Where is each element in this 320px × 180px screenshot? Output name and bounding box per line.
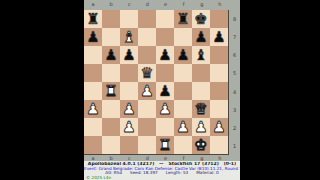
square-f3[interactable] xyxy=(174,100,192,118)
square-g3[interactable]: ♛ xyxy=(192,100,210,118)
square-c2[interactable]: ♟ xyxy=(120,118,138,136)
square-a6[interactable] xyxy=(84,46,102,64)
file-labels-bottom: abcdefgh xyxy=(84,155,240,161)
square-h2[interactable]: ♟ xyxy=(210,118,228,136)
square-h3[interactable] xyxy=(210,100,228,118)
square-d7[interactable] xyxy=(138,28,156,46)
square-c5[interactable] xyxy=(120,64,138,82)
piece-black-rook: ♜ xyxy=(176,12,189,27)
square-c8[interactable] xyxy=(120,10,138,28)
square-e5[interactable] xyxy=(156,64,174,82)
square-e4[interactable]: ♟ xyxy=(156,82,174,100)
rank-label-6: 6 xyxy=(229,46,240,64)
file-label-c: c xyxy=(120,155,138,161)
piece-black-pawn: ♟ xyxy=(86,30,99,45)
square-e8[interactable] xyxy=(156,10,174,28)
square-a5[interactable] xyxy=(84,64,102,82)
square-g8[interactable]: ♚ xyxy=(192,10,210,28)
square-h5[interactable] xyxy=(210,64,228,82)
rank-label-5: 5 xyxy=(229,64,240,82)
rank-labels-right: 87654321 xyxy=(229,10,240,155)
file-label-g: g xyxy=(193,155,211,161)
square-b8[interactable] xyxy=(102,10,120,28)
rank-label-2: 2 xyxy=(229,119,240,137)
piece-black-pawn: ♟ xyxy=(176,48,189,63)
piece-black-king: ♚ xyxy=(194,12,207,27)
file-label-h: h xyxy=(211,155,229,161)
square-a7[interactable]: ♟ xyxy=(84,28,102,46)
square-e1[interactable]: ♜ xyxy=(156,136,174,154)
piece-black-bishop: ♝ xyxy=(194,48,207,63)
game-caption: Apollobazeal 4.0.1 (3217) — Stockfish 17… xyxy=(84,161,240,180)
file-label-h: h xyxy=(211,0,229,10)
file-label-a: a xyxy=(84,155,102,161)
piece-black-queen: ♛ xyxy=(140,66,153,81)
square-b2[interactable] xyxy=(102,118,120,136)
piece-white-pawn: ♟ xyxy=(122,102,135,117)
square-b5[interactable] xyxy=(102,64,120,82)
square-c6[interactable]: ♟ xyxy=(120,46,138,64)
piece-white-pawn: ♟ xyxy=(86,102,99,117)
file-label-b: b xyxy=(102,155,120,161)
square-d6[interactable] xyxy=(138,46,156,64)
square-f8[interactable]: ♜ xyxy=(174,10,192,28)
square-d3[interactable] xyxy=(138,100,156,118)
piece-white-queen: ♛ xyxy=(194,102,207,117)
square-d5[interactable]: ♛ xyxy=(138,64,156,82)
file-label-e: e xyxy=(157,155,175,161)
piece-black-pawn: ♟ xyxy=(212,30,225,45)
piece-black-pawn: ♟ xyxy=(122,48,135,63)
square-b6[interactable]: ♟ xyxy=(102,46,120,64)
piece-white-pawn: ♟ xyxy=(158,102,171,117)
square-h1[interactable] xyxy=(210,136,228,154)
square-b7[interactable] xyxy=(102,28,120,46)
square-c7[interactable]: ♝ xyxy=(120,28,138,46)
file-label-g: g xyxy=(193,0,211,10)
file-label-e: e xyxy=(157,0,175,10)
square-d1[interactable] xyxy=(138,136,156,154)
rank-label-8: 8 xyxy=(229,10,240,28)
square-a3[interactable]: ♟ xyxy=(84,100,102,118)
square-f5[interactable] xyxy=(174,64,192,82)
piece-black-rook: ♜ xyxy=(86,12,99,27)
square-a8[interactable]: ♜ xyxy=(84,10,102,28)
square-b4[interactable]: ♜ xyxy=(102,82,120,100)
file-label-a: a xyxy=(84,0,102,10)
file-labels-top: abcdefgh xyxy=(84,0,240,10)
square-g7[interactable]: ♟ xyxy=(192,28,210,46)
content-column: abcdefgh ♜♜♚♟♝♟♟♟♟♟♟♝♛♜♟♟♟♟♟♛♟♟♟♟♜♚ 8765… xyxy=(84,0,240,180)
piece-white-king: ♚ xyxy=(194,138,207,153)
square-f7[interactable] xyxy=(174,28,192,46)
corner-spacer xyxy=(229,155,240,161)
square-f6[interactable]: ♟ xyxy=(174,46,192,64)
piece-white-bishop: ♝ xyxy=(122,30,135,45)
piece-black-pawn: ♟ xyxy=(104,48,117,63)
rank-label-7: 7 xyxy=(229,28,240,46)
rank-label-1: 1 xyxy=(229,137,240,155)
square-d2[interactable] xyxy=(138,118,156,136)
square-e7[interactable] xyxy=(156,28,174,46)
square-g5[interactable] xyxy=(192,64,210,82)
square-a2[interactable] xyxy=(84,118,102,136)
rank-label-4: 4 xyxy=(229,83,240,101)
file-label-c: c xyxy=(120,0,138,10)
square-a1[interactable] xyxy=(84,136,102,154)
piece-white-pawn: ♟ xyxy=(122,120,135,135)
square-h4[interactable] xyxy=(210,82,228,100)
file-label-d: d xyxy=(138,0,156,10)
piece-white-pawn: ♟ xyxy=(212,120,225,135)
square-e2[interactable] xyxy=(156,118,174,136)
piece-black-pawn: ♟ xyxy=(158,84,171,99)
square-d8[interactable] xyxy=(138,10,156,28)
rank-label-3: 3 xyxy=(229,101,240,119)
square-f2[interactable]: ♟ xyxy=(174,118,192,136)
square-b1[interactable] xyxy=(102,136,120,154)
square-g4[interactable] xyxy=(192,82,210,100)
piece-white-pawn: ♟ xyxy=(194,120,207,135)
file-label-f: f xyxy=(175,0,193,10)
square-f1[interactable] xyxy=(174,136,192,154)
square-g6[interactable]: ♝ xyxy=(192,46,210,64)
file-label-b: b xyxy=(102,0,120,10)
square-f4[interactable] xyxy=(174,82,192,100)
square-b3[interactable] xyxy=(102,100,120,118)
square-g1[interactable]: ♚ xyxy=(192,136,210,154)
piece-white-pawn: ♟ xyxy=(176,120,189,135)
square-h7[interactable]: ♟ xyxy=(210,28,228,46)
piece-white-pawn: ♟ xyxy=(140,84,153,99)
file-label-f: f xyxy=(175,155,193,161)
square-c1[interactable] xyxy=(120,136,138,154)
square-e3[interactable]: ♟ xyxy=(156,100,174,118)
piece-black-pawn: ♟ xyxy=(158,48,171,63)
square-c4[interactable] xyxy=(120,82,138,100)
square-a4[interactable] xyxy=(84,82,102,100)
piece-white-rook: ♜ xyxy=(158,138,171,153)
square-d4[interactable]: ♟ xyxy=(138,82,156,100)
square-h6[interactable] xyxy=(210,46,228,64)
corner-spacer xyxy=(229,0,240,10)
chess-board: ♜♜♚♟♝♟♟♟♟♟♟♝♛♜♟♟♟♟♟♛♟♟♟♟♜♚ xyxy=(84,10,229,155)
square-e6[interactable]: ♟ xyxy=(156,46,174,64)
square-g2[interactable]: ♟ xyxy=(192,118,210,136)
square-h8[interactable] xyxy=(210,10,228,28)
piece-white-rook: ♜ xyxy=(104,84,117,99)
caption-footer: © 2025 L4n xyxy=(84,176,240,180)
file-label-d: d xyxy=(138,155,156,161)
square-c3[interactable]: ♟ xyxy=(120,100,138,118)
piece-black-pawn: ♟ xyxy=(194,30,207,45)
